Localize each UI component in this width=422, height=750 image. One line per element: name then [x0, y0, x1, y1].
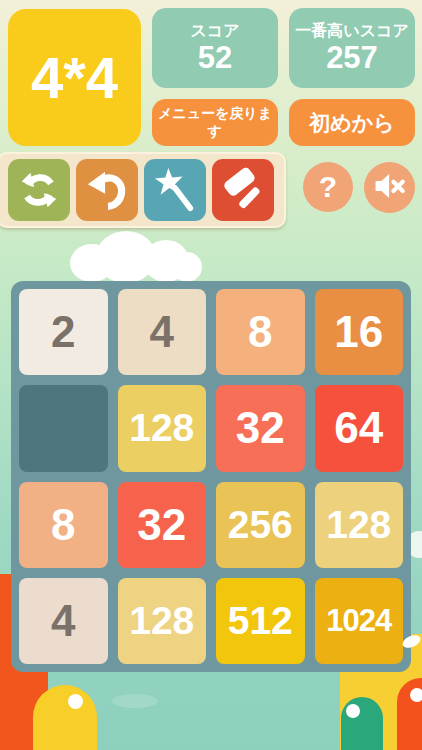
pill-dot [346, 704, 360, 718]
undo-icon [84, 167, 130, 213]
board-size-badge: 4*4 [8, 9, 141, 146]
score-panel: スコア 52 [152, 8, 278, 88]
refresh-button[interactable] [8, 159, 70, 221]
tile-2-r0c0: 2 [19, 289, 108, 375]
back-to-menu-button[interactable]: メニューを戻ります [152, 99, 278, 146]
mute-button[interactable] [364, 162, 415, 213]
hammer-button[interactable] [212, 159, 274, 221]
tile-256-r2c2: 256 [216, 482, 305, 568]
game-screen: 4*4 スコア 52 一番高いスコア 257 メニューを戻ります 初めから [0, 0, 422, 750]
powerup-toolbar [0, 152, 286, 228]
refresh-icon [16, 167, 62, 213]
score-value: 52 [198, 41, 232, 75]
tile-128-r2c3: 128 [315, 482, 404, 568]
tile-64-r1c3: 64 [315, 385, 404, 471]
tile-8-r2c0: 8 [19, 482, 108, 568]
undo-button[interactable] [76, 159, 138, 221]
magic-wand-icon [152, 167, 198, 213]
tile-128-r1c1: 128 [118, 385, 207, 471]
cloud-decoration [172, 252, 202, 282]
tile-1024-r3c3: 1024 [315, 578, 404, 664]
tile-32-r2c1: 32 [118, 482, 207, 568]
pill-dot [68, 694, 83, 709]
game-board[interactable]: 24816128326483225612841285121024 [11, 281, 411, 672]
tile-512-r3c2: 512 [216, 578, 305, 664]
magic-wand-button[interactable] [144, 159, 206, 221]
best-score-value: 257 [326, 41, 378, 75]
tile-4-r3c0: 4 [19, 578, 108, 664]
tile-32-r1c2: 32 [216, 385, 305, 471]
board-size-label: 4*4 [31, 44, 118, 111]
restart-button[interactable]: 初めから [289, 99, 415, 146]
hammer-icon [220, 167, 266, 213]
green-pill-decoration [341, 697, 383, 750]
best-score-label: 一番高いスコア [295, 21, 409, 41]
tile-8-r0c2: 8 [216, 289, 305, 375]
tile-128-r3c1: 128 [118, 578, 207, 664]
help-button[interactable]: ? [303, 162, 353, 212]
yellow-pill-decoration [33, 685, 97, 750]
tile-16-r0c3: 16 [315, 289, 404, 375]
speaker-muted-icon [373, 169, 407, 206]
tile-4-r0c1: 4 [118, 289, 207, 375]
score-label: スコア [190, 21, 239, 41]
question-mark-icon: ? [319, 170, 337, 204]
swirl-decoration [112, 694, 158, 708]
red-pill-decoration [397, 678, 422, 750]
pill-dot [410, 688, 422, 702]
empty-cell-r1c0 [19, 385, 108, 471]
best-score-panel: 一番高いスコア 257 [289, 8, 415, 88]
